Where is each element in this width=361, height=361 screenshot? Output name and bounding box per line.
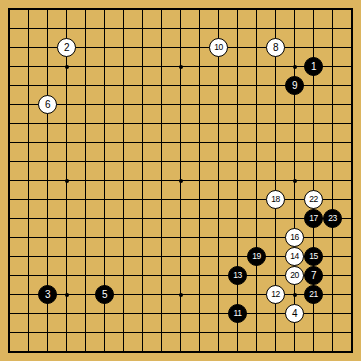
board-cell[interactable] (114, 247, 133, 266)
board-cell[interactable] (133, 190, 152, 209)
board-cell[interactable] (76, 323, 95, 342)
board-cell[interactable] (57, 323, 76, 342)
board-cell[interactable] (95, 57, 114, 76)
board-cell[interactable] (19, 209, 38, 228)
board-cell[interactable] (76, 304, 95, 323)
board-cell[interactable] (247, 76, 266, 95)
board-cell[interactable] (95, 133, 114, 152)
board-cell[interactable] (285, 171, 304, 190)
board-cell[interactable] (342, 228, 361, 247)
board-cell[interactable] (95, 247, 114, 266)
board-cell[interactable] (57, 114, 76, 133)
board-cell[interactable] (57, 152, 76, 171)
board-cell[interactable] (228, 76, 247, 95)
board-cell[interactable] (95, 323, 114, 342)
board-cell[interactable] (19, 285, 38, 304)
board-cell[interactable] (190, 323, 209, 342)
board-cell[interactable] (133, 209, 152, 228)
board-cell[interactable] (323, 114, 342, 133)
board-cell[interactable] (152, 209, 171, 228)
board-cell[interactable] (0, 152, 19, 171)
board-cell[interactable] (228, 133, 247, 152)
board-cell[interactable] (76, 57, 95, 76)
board-cell[interactable] (114, 171, 133, 190)
board-cell[interactable] (114, 57, 133, 76)
board-cell[interactable] (133, 19, 152, 38)
board-cell[interactable] (133, 304, 152, 323)
board-cell[interactable] (76, 285, 95, 304)
board-cell[interactable] (152, 171, 171, 190)
board-cell[interactable] (57, 19, 76, 38)
board-cell[interactable] (0, 285, 19, 304)
board-cell[interactable] (266, 342, 285, 361)
board-cell[interactable] (95, 76, 114, 95)
board-cell[interactable] (114, 19, 133, 38)
board-cell[interactable] (209, 152, 228, 171)
board-cell[interactable] (323, 323, 342, 342)
board-cell[interactable] (57, 209, 76, 228)
board-cell[interactable] (171, 304, 190, 323)
board-cell[interactable] (133, 76, 152, 95)
board-cell[interactable] (95, 38, 114, 57)
board-cell[interactable] (304, 38, 323, 57)
board-cell[interactable] (114, 114, 133, 133)
board-cell[interactable] (0, 0, 19, 19)
board-cell[interactable] (247, 0, 266, 19)
board-cell[interactable] (285, 0, 304, 19)
board-cell[interactable] (171, 76, 190, 95)
board-cell[interactable] (133, 171, 152, 190)
board-cell[interactable] (228, 228, 247, 247)
board-cell[interactable] (114, 228, 133, 247)
board-cell[interactable] (38, 171, 57, 190)
board-cell[interactable] (95, 266, 114, 285)
board-cell[interactable] (76, 95, 95, 114)
board-cell[interactable] (266, 133, 285, 152)
board-cell[interactable] (190, 133, 209, 152)
board-cell[interactable] (342, 133, 361, 152)
board-cell[interactable] (95, 209, 114, 228)
board-cell[interactable] (209, 0, 228, 19)
board-cell[interactable] (57, 171, 76, 190)
board-cell[interactable] (0, 266, 19, 285)
board-cell[interactable] (247, 323, 266, 342)
board-cell[interactable] (323, 133, 342, 152)
board-cell[interactable] (304, 0, 323, 19)
board-cell[interactable] (19, 114, 38, 133)
board-cell[interactable] (19, 0, 38, 19)
board-cell[interactable] (114, 133, 133, 152)
board-cell[interactable] (342, 76, 361, 95)
board-cell[interactable] (171, 38, 190, 57)
board-cell[interactable] (76, 19, 95, 38)
board-cell[interactable] (133, 285, 152, 304)
board-cell[interactable] (114, 95, 133, 114)
board-cell[interactable] (190, 285, 209, 304)
board-cell[interactable] (38, 304, 57, 323)
board-cell[interactable] (266, 228, 285, 247)
board-cell[interactable] (228, 323, 247, 342)
board-cell[interactable] (114, 190, 133, 209)
board-cell[interactable] (19, 342, 38, 361)
board-cell[interactable] (304, 228, 323, 247)
board-cell[interactable] (247, 95, 266, 114)
board-cell[interactable] (323, 38, 342, 57)
board-cell[interactable] (171, 114, 190, 133)
board-cell[interactable] (190, 266, 209, 285)
board-cell[interactable] (38, 190, 57, 209)
board-cell[interactable] (152, 38, 171, 57)
board-cell[interactable] (266, 76, 285, 95)
board-cell[interactable] (114, 266, 133, 285)
board-cell[interactable] (38, 133, 57, 152)
board-cell[interactable] (95, 304, 114, 323)
board-cell[interactable] (266, 171, 285, 190)
board-cell[interactable] (266, 209, 285, 228)
board-cell[interactable] (76, 228, 95, 247)
board-cell[interactable] (38, 247, 57, 266)
board-cell[interactable] (342, 38, 361, 57)
board-cell[interactable] (114, 342, 133, 361)
board-cell[interactable] (38, 57, 57, 76)
board-cell[interactable] (76, 209, 95, 228)
board-cell[interactable] (19, 95, 38, 114)
board-cell[interactable] (323, 76, 342, 95)
board-cell[interactable] (152, 285, 171, 304)
board-cell[interactable] (266, 152, 285, 171)
board-cell[interactable] (0, 76, 19, 95)
board-cell[interactable] (266, 19, 285, 38)
board-cell[interactable] (19, 247, 38, 266)
board-cell[interactable] (209, 190, 228, 209)
board-cell[interactable] (209, 266, 228, 285)
board-cell[interactable] (133, 95, 152, 114)
board-cell[interactable] (190, 76, 209, 95)
board-cell[interactable] (266, 247, 285, 266)
board-cell[interactable] (95, 342, 114, 361)
board-cell[interactable] (285, 190, 304, 209)
board-cell[interactable] (76, 114, 95, 133)
board-cell[interactable] (152, 247, 171, 266)
board-cell[interactable] (114, 209, 133, 228)
board-cell[interactable] (247, 304, 266, 323)
board-cell[interactable] (38, 266, 57, 285)
board-cell[interactable] (323, 285, 342, 304)
board-cell[interactable] (114, 76, 133, 95)
board-cell[interactable] (152, 342, 171, 361)
board-cell[interactable] (38, 342, 57, 361)
board-cell[interactable] (304, 342, 323, 361)
board-cell[interactable] (304, 19, 323, 38)
board-cell[interactable] (0, 19, 19, 38)
board-cell[interactable] (133, 323, 152, 342)
board-cell[interactable] (285, 38, 304, 57)
board-cell[interactable] (171, 190, 190, 209)
board-cell[interactable] (304, 95, 323, 114)
board-cell[interactable] (0, 95, 19, 114)
board-cell[interactable] (247, 57, 266, 76)
board-cell[interactable] (304, 114, 323, 133)
board-cell[interactable] (190, 190, 209, 209)
board-cell[interactable] (209, 19, 228, 38)
board-cell[interactable] (266, 114, 285, 133)
board-cell[interactable] (209, 95, 228, 114)
board-cell[interactable] (323, 266, 342, 285)
board-cell[interactable] (266, 266, 285, 285)
board-cell[interactable] (323, 152, 342, 171)
board-cell[interactable] (190, 95, 209, 114)
board-cell[interactable] (152, 304, 171, 323)
board-cell[interactable] (19, 38, 38, 57)
board-cell[interactable] (228, 114, 247, 133)
board-cell[interactable] (57, 190, 76, 209)
board-cell[interactable] (285, 133, 304, 152)
board-cell[interactable] (152, 152, 171, 171)
board-cell[interactable] (133, 342, 152, 361)
board-cell[interactable] (228, 95, 247, 114)
board-cell[interactable] (342, 171, 361, 190)
board-cell[interactable] (190, 247, 209, 266)
board-cell[interactable] (342, 95, 361, 114)
board-cell[interactable] (152, 76, 171, 95)
board-cell[interactable] (247, 38, 266, 57)
board-cell[interactable] (0, 228, 19, 247)
board-cell[interactable] (57, 285, 76, 304)
board-cell[interactable] (342, 266, 361, 285)
board-cell[interactable] (171, 342, 190, 361)
board-cell[interactable] (95, 19, 114, 38)
board-cell[interactable] (285, 95, 304, 114)
board-cell[interactable] (38, 76, 57, 95)
board-cell[interactable] (133, 0, 152, 19)
board-cell[interactable] (171, 209, 190, 228)
board-cell[interactable] (247, 209, 266, 228)
board-cell[interactable] (19, 57, 38, 76)
board-cell[interactable] (152, 95, 171, 114)
board-cell[interactable] (266, 95, 285, 114)
board-cell[interactable] (228, 0, 247, 19)
board-cell[interactable] (171, 228, 190, 247)
board-cell[interactable] (209, 57, 228, 76)
board-cell[interactable] (190, 38, 209, 57)
board-cell[interactable] (76, 0, 95, 19)
board-cell[interactable] (190, 304, 209, 323)
board-cell[interactable] (247, 152, 266, 171)
board-cell[interactable] (247, 114, 266, 133)
board-cell[interactable] (209, 304, 228, 323)
board-cell[interactable] (171, 171, 190, 190)
board-cell[interactable] (323, 342, 342, 361)
board-cell[interactable] (95, 171, 114, 190)
board-cell[interactable] (209, 133, 228, 152)
board-cell[interactable] (228, 285, 247, 304)
board-cell[interactable] (247, 228, 266, 247)
board-cell[interactable] (57, 247, 76, 266)
board-cell[interactable] (19, 133, 38, 152)
board-cell[interactable] (38, 209, 57, 228)
board-cell[interactable] (190, 171, 209, 190)
board-cell[interactable] (76, 38, 95, 57)
board-cell[interactable] (95, 152, 114, 171)
board-cell[interactable] (19, 304, 38, 323)
board-cell[interactable] (152, 57, 171, 76)
board-cell[interactable] (171, 0, 190, 19)
board-cell[interactable] (19, 19, 38, 38)
board-cell[interactable] (95, 190, 114, 209)
board-cell[interactable] (95, 95, 114, 114)
board-cell[interactable] (133, 266, 152, 285)
board-cell[interactable] (323, 95, 342, 114)
board-cell[interactable] (228, 171, 247, 190)
board-cell[interactable] (171, 95, 190, 114)
board-cell[interactable] (209, 323, 228, 342)
board-cell[interactable] (304, 304, 323, 323)
board-cell[interactable] (76, 342, 95, 361)
board-cell[interactable] (76, 76, 95, 95)
board-cell[interactable] (0, 323, 19, 342)
board-cell[interactable] (228, 247, 247, 266)
board-cell[interactable] (190, 152, 209, 171)
board-cell[interactable] (152, 19, 171, 38)
board-cell[interactable] (323, 304, 342, 323)
board-cell[interactable] (304, 76, 323, 95)
board-cell[interactable] (247, 19, 266, 38)
board-cell[interactable] (228, 57, 247, 76)
board-cell[interactable] (19, 171, 38, 190)
board-cell[interactable] (190, 342, 209, 361)
board-cell[interactable] (323, 247, 342, 266)
board-cell[interactable] (228, 190, 247, 209)
board-cell[interactable] (285, 342, 304, 361)
board-cell[interactable] (209, 285, 228, 304)
board-cell[interactable] (342, 114, 361, 133)
board-cell[interactable] (228, 209, 247, 228)
board-cell[interactable] (0, 209, 19, 228)
board-cell[interactable] (171, 323, 190, 342)
board-cell[interactable] (285, 114, 304, 133)
board-cell[interactable] (0, 114, 19, 133)
board-cell[interactable] (323, 0, 342, 19)
board-cell[interactable] (342, 0, 361, 19)
board-cell[interactable] (266, 57, 285, 76)
board-cell[interactable] (133, 114, 152, 133)
board-cell[interactable] (152, 323, 171, 342)
board-cell[interactable] (57, 0, 76, 19)
board-cell[interactable] (342, 190, 361, 209)
board-cell[interactable] (133, 57, 152, 76)
board-cell[interactable] (209, 247, 228, 266)
board-cell[interactable] (133, 152, 152, 171)
board-cell[interactable] (95, 0, 114, 19)
board-cell[interactable] (38, 323, 57, 342)
board-cell[interactable] (0, 247, 19, 266)
board-cell[interactable] (228, 38, 247, 57)
board-cell[interactable] (57, 95, 76, 114)
board-cell[interactable] (76, 247, 95, 266)
board-cell[interactable] (342, 19, 361, 38)
board-cell[interactable] (342, 304, 361, 323)
board-cell[interactable] (152, 190, 171, 209)
board-cell[interactable] (57, 304, 76, 323)
board-cell[interactable] (228, 342, 247, 361)
board-cell[interactable] (76, 266, 95, 285)
board-cell[interactable] (228, 152, 247, 171)
board-cell[interactable] (247, 133, 266, 152)
board-cell[interactable] (95, 228, 114, 247)
board-cell[interactable] (209, 342, 228, 361)
board-cell[interactable] (0, 342, 19, 361)
board-cell[interactable] (57, 133, 76, 152)
board-cell[interactable] (247, 285, 266, 304)
board-cell[interactable] (171, 19, 190, 38)
board-cell[interactable] (285, 57, 304, 76)
board-cell[interactable] (323, 171, 342, 190)
board-cell[interactable] (285, 323, 304, 342)
board-cell[interactable] (0, 133, 19, 152)
board-cell[interactable] (171, 247, 190, 266)
board-cell[interactable] (209, 228, 228, 247)
board-cell[interactable] (190, 0, 209, 19)
board-cell[interactable] (0, 38, 19, 57)
board-cell[interactable] (76, 171, 95, 190)
board-cell[interactable] (304, 133, 323, 152)
board-cell[interactable] (304, 152, 323, 171)
board-cell[interactable] (342, 209, 361, 228)
board-cell[interactable] (114, 285, 133, 304)
board-cell[interactable] (247, 171, 266, 190)
board-cell[interactable] (209, 209, 228, 228)
board-cell[interactable] (190, 19, 209, 38)
board-cell[interactable] (133, 247, 152, 266)
board-cell[interactable] (0, 57, 19, 76)
board-cell[interactable] (209, 171, 228, 190)
board-cell[interactable] (57, 57, 76, 76)
board-cell[interactable] (76, 133, 95, 152)
board-cell[interactable] (133, 133, 152, 152)
board-cell[interactable] (342, 57, 361, 76)
board-cell[interactable] (209, 114, 228, 133)
board-cell[interactable] (0, 190, 19, 209)
board-cell[interactable] (38, 38, 57, 57)
board-cell[interactable] (152, 133, 171, 152)
board-cell[interactable] (190, 228, 209, 247)
board-cell[interactable] (342, 342, 361, 361)
board-cell[interactable] (190, 57, 209, 76)
board-cell[interactable] (38, 228, 57, 247)
board-cell[interactable] (323, 228, 342, 247)
board-cell[interactable] (114, 0, 133, 19)
board-cell[interactable] (285, 19, 304, 38)
board-cell[interactable] (266, 0, 285, 19)
board-cell[interactable] (171, 152, 190, 171)
board-cell[interactable] (171, 133, 190, 152)
board-cell[interactable] (285, 152, 304, 171)
board-cell[interactable] (323, 19, 342, 38)
board-cell[interactable] (114, 152, 133, 171)
board-cell[interactable] (57, 266, 76, 285)
board-cell[interactable] (152, 114, 171, 133)
board-cell[interactable] (171, 57, 190, 76)
board-cell[interactable] (38, 0, 57, 19)
board-cell[interactable] (285, 209, 304, 228)
board-cell[interactable] (247, 266, 266, 285)
board-cell[interactable] (19, 152, 38, 171)
board-cell[interactable] (152, 0, 171, 19)
board-cell[interactable] (266, 304, 285, 323)
board-cell[interactable] (190, 209, 209, 228)
board-cell[interactable] (19, 323, 38, 342)
board-cell[interactable] (323, 57, 342, 76)
